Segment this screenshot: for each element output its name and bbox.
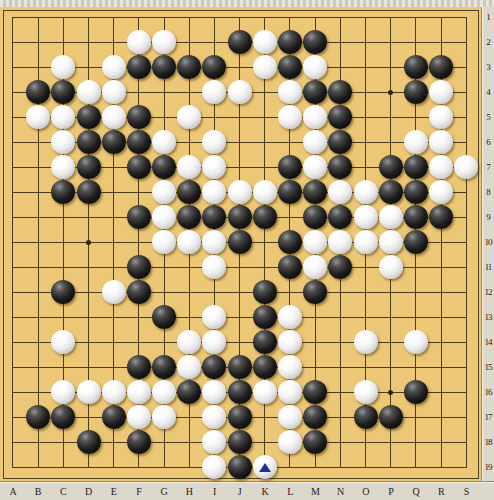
intersection-F19[interactable] xyxy=(126,455,151,480)
intersection-E12[interactable] xyxy=(101,280,126,305)
white-stone-N10[interactable] xyxy=(328,230,352,254)
intersection-O5[interactable] xyxy=(353,105,378,130)
white-stone-H14[interactable] xyxy=(177,330,201,354)
intersection-S14[interactable] xyxy=(454,330,479,355)
intersection-K10[interactable] xyxy=(252,230,277,255)
intersection-O17[interactable] xyxy=(353,405,378,430)
intersection-O4[interactable] xyxy=(353,80,378,105)
intersection-B3[interactable] xyxy=(26,55,51,80)
intersection-M7[interactable] xyxy=(303,155,328,180)
intersection-E10[interactable] xyxy=(101,230,126,255)
intersection-P8[interactable] xyxy=(378,180,403,205)
white-stone-S7[interactable] xyxy=(454,155,478,179)
intersection-K19[interactable] xyxy=(252,455,277,480)
intersection-G14[interactable] xyxy=(152,330,177,355)
intersection-P7[interactable] xyxy=(378,155,403,180)
white-stone-I10[interactable] xyxy=(202,230,226,254)
white-stone-C7[interactable] xyxy=(51,155,75,179)
black-stone-F6[interactable] xyxy=(127,130,151,154)
black-stone-H16[interactable] xyxy=(177,380,201,404)
intersection-G5[interactable] xyxy=(152,105,177,130)
intersection-L3[interactable] xyxy=(277,55,302,80)
intersection-F6[interactable] xyxy=(126,130,151,155)
black-stone-R9[interactable] xyxy=(429,205,453,229)
white-stone-I6[interactable] xyxy=(202,130,226,154)
black-stone-D8[interactable] xyxy=(77,180,101,204)
white-stone-G6[interactable] xyxy=(152,130,176,154)
intersection-E14[interactable] xyxy=(101,330,126,355)
intersection-I18[interactable] xyxy=(202,430,227,455)
white-stone-L14[interactable] xyxy=(278,330,302,354)
intersection-N4[interactable] xyxy=(328,80,353,105)
intersection-G4[interactable] xyxy=(152,80,177,105)
intersection-K1[interactable] xyxy=(252,5,277,30)
white-stone-I18[interactable] xyxy=(202,430,226,454)
intersection-B12[interactable] xyxy=(26,280,51,305)
intersection-I13[interactable] xyxy=(202,305,227,330)
white-stone-C16[interactable] xyxy=(51,380,75,404)
intersection-K12[interactable] xyxy=(252,280,277,305)
intersection-B11[interactable] xyxy=(26,255,51,280)
intersection-G12[interactable] xyxy=(152,280,177,305)
intersection-R3[interactable] xyxy=(429,55,454,80)
intersection-Q14[interactable] xyxy=(403,330,428,355)
white-stone-H10[interactable] xyxy=(177,230,201,254)
intersection-L15[interactable] xyxy=(277,355,302,380)
intersection-S8[interactable] xyxy=(454,180,479,205)
black-stone-L3[interactable] xyxy=(278,55,302,79)
white-stone-B5[interactable] xyxy=(26,105,50,129)
intersection-R18[interactable] xyxy=(429,430,454,455)
white-stone-G17[interactable] xyxy=(152,405,176,429)
intersection-R19[interactable] xyxy=(429,455,454,480)
intersection-C13[interactable] xyxy=(51,305,76,330)
intersection-N2[interactable] xyxy=(328,30,353,55)
black-stone-N4[interactable] xyxy=(328,80,352,104)
black-stone-J15[interactable] xyxy=(228,355,252,379)
intersection-C4[interactable] xyxy=(51,80,76,105)
intersection-H6[interactable] xyxy=(177,130,202,155)
white-stone-G16[interactable] xyxy=(152,380,176,404)
intersection-I1[interactable] xyxy=(202,5,227,30)
white-stone-K16[interactable] xyxy=(253,380,277,404)
white-stone-K2[interactable] xyxy=(253,30,277,54)
black-stone-Q4[interactable] xyxy=(404,80,428,104)
intersection-M1[interactable] xyxy=(303,5,328,30)
intersection-A12[interactable] xyxy=(0,280,25,305)
intersection-I7[interactable] xyxy=(202,155,227,180)
intersection-L7[interactable] xyxy=(277,155,302,180)
intersection-O14[interactable] xyxy=(353,330,378,355)
intersection-N9[interactable] xyxy=(328,205,353,230)
intersection-K9[interactable] xyxy=(252,205,277,230)
intersection-G11[interactable] xyxy=(152,255,177,280)
intersection-E16[interactable] xyxy=(101,380,126,405)
intersection-D8[interactable] xyxy=(76,180,101,205)
intersection-S5[interactable] xyxy=(454,105,479,130)
intersection-M10[interactable] xyxy=(303,230,328,255)
intersection-E5[interactable] xyxy=(101,105,126,130)
intersection-A16[interactable] xyxy=(0,380,25,405)
intersection-B8[interactable] xyxy=(26,180,51,205)
intersection-P5[interactable] xyxy=(378,105,403,130)
intersection-J15[interactable] xyxy=(227,355,252,380)
white-stone-R4[interactable] xyxy=(429,80,453,104)
black-stone-C17[interactable] xyxy=(51,405,75,429)
intersection-P3[interactable] xyxy=(378,55,403,80)
intersection-F18[interactable] xyxy=(126,430,151,455)
intersection-Q10[interactable] xyxy=(403,230,428,255)
intersection-A3[interactable] xyxy=(0,55,25,80)
intersection-R14[interactable] xyxy=(429,330,454,355)
white-stone-G8[interactable] xyxy=(152,180,176,204)
intersection-M19[interactable] xyxy=(303,455,328,480)
intersection-C14[interactable] xyxy=(51,330,76,355)
intersection-F7[interactable] xyxy=(126,155,151,180)
white-stone-H15[interactable] xyxy=(177,355,201,379)
intersection-P2[interactable] xyxy=(378,30,403,55)
white-stone-F16[interactable] xyxy=(127,380,151,404)
intersection-L16[interactable] xyxy=(277,380,302,405)
intersection-K8[interactable] xyxy=(252,180,277,205)
intersection-L17[interactable] xyxy=(277,405,302,430)
intersection-O8[interactable] xyxy=(353,180,378,205)
intersection-I11[interactable] xyxy=(202,255,227,280)
intersection-R16[interactable] xyxy=(429,380,454,405)
intersection-S16[interactable] xyxy=(454,380,479,405)
intersection-K15[interactable] xyxy=(252,355,277,380)
intersection-I8[interactable] xyxy=(202,180,227,205)
intersection-O3[interactable] xyxy=(353,55,378,80)
intersection-E6[interactable] xyxy=(101,130,126,155)
intersection-B10[interactable] xyxy=(26,230,51,255)
intersection-C15[interactable] xyxy=(51,355,76,380)
intersection-D18[interactable] xyxy=(76,430,101,455)
black-stone-Q16[interactable] xyxy=(404,380,428,404)
intersection-G17[interactable] xyxy=(152,405,177,430)
intersection-Q19[interactable] xyxy=(403,455,428,480)
intersection-J10[interactable] xyxy=(227,230,252,255)
intersection-K18[interactable] xyxy=(252,430,277,455)
intersection-Q13[interactable] xyxy=(403,305,428,330)
intersection-O12[interactable] xyxy=(353,280,378,305)
intersection-G15[interactable] xyxy=(152,355,177,380)
intersection-H19[interactable] xyxy=(177,455,202,480)
intersection-H8[interactable] xyxy=(177,180,202,205)
intersection-E13[interactable] xyxy=(101,305,126,330)
black-stone-M16[interactable] xyxy=(303,380,327,404)
white-stone-I8[interactable] xyxy=(202,180,226,204)
intersection-P9[interactable] xyxy=(378,205,403,230)
intersection-A5[interactable] xyxy=(0,105,25,130)
intersection-D5[interactable] xyxy=(76,105,101,130)
intersection-I16[interactable] xyxy=(202,380,227,405)
intersection-B14[interactable] xyxy=(26,330,51,355)
intersection-M4[interactable] xyxy=(303,80,328,105)
black-stone-F7[interactable] xyxy=(127,155,151,179)
intersection-H13[interactable] xyxy=(177,305,202,330)
intersection-N5[interactable] xyxy=(328,105,353,130)
black-stone-H3[interactable] xyxy=(177,55,201,79)
intersection-N19[interactable] xyxy=(328,455,353,480)
intersection-B18[interactable] xyxy=(26,430,51,455)
intersection-M2[interactable] xyxy=(303,30,328,55)
intersection-Q2[interactable] xyxy=(403,30,428,55)
black-stone-K14[interactable] xyxy=(253,330,277,354)
intersection-L19[interactable] xyxy=(277,455,302,480)
intersection-B4[interactable] xyxy=(26,80,51,105)
intersection-K14[interactable] xyxy=(252,330,277,355)
black-stone-H9[interactable] xyxy=(177,205,201,229)
black-stone-F12[interactable] xyxy=(127,280,151,304)
intersection-A10[interactable] xyxy=(0,230,25,255)
black-stone-Q10[interactable] xyxy=(404,230,428,254)
black-stone-F9[interactable] xyxy=(127,205,151,229)
black-stone-M17[interactable] xyxy=(303,405,327,429)
intersection-K7[interactable] xyxy=(252,155,277,180)
white-stone-G2[interactable] xyxy=(152,30,176,54)
intersection-S6[interactable] xyxy=(454,130,479,155)
intersection-C2[interactable] xyxy=(51,30,76,55)
black-stone-F18[interactable] xyxy=(127,430,151,454)
intersection-E15[interactable] xyxy=(101,355,126,380)
intersection-Q17[interactable] xyxy=(403,405,428,430)
white-stone-K8[interactable] xyxy=(253,180,277,204)
intersection-R2[interactable] xyxy=(429,30,454,55)
black-stone-I3[interactable] xyxy=(202,55,226,79)
black-stone-G7[interactable] xyxy=(152,155,176,179)
black-stone-J10[interactable] xyxy=(228,230,252,254)
intersection-H12[interactable] xyxy=(177,280,202,305)
white-stone-O9[interactable] xyxy=(354,205,378,229)
intersection-A1[interactable] xyxy=(0,5,25,30)
intersection-J19[interactable] xyxy=(227,455,252,480)
intersection-P17[interactable] xyxy=(378,405,403,430)
intersection-C1[interactable] xyxy=(51,5,76,30)
intersection-I5[interactable] xyxy=(202,105,227,130)
intersection-C8[interactable] xyxy=(51,180,76,205)
intersection-J9[interactable] xyxy=(227,205,252,230)
intersection-F3[interactable] xyxy=(126,55,151,80)
intersection-H3[interactable] xyxy=(177,55,202,80)
intersection-G6[interactable] xyxy=(152,130,177,155)
white-stone-I16[interactable] xyxy=(202,380,226,404)
black-stone-N6[interactable] xyxy=(328,130,352,154)
intersection-K2[interactable] xyxy=(252,30,277,55)
black-stone-O17[interactable] xyxy=(354,405,378,429)
intersection-F13[interactable] xyxy=(126,305,151,330)
intersection-G2[interactable] xyxy=(152,30,177,55)
white-stone-R6[interactable] xyxy=(429,130,453,154)
intersection-E4[interactable] xyxy=(101,80,126,105)
intersection-C7[interactable] xyxy=(51,155,76,180)
white-stone-K3[interactable] xyxy=(253,55,277,79)
intersection-Q6[interactable] xyxy=(403,130,428,155)
intersection-Q3[interactable] xyxy=(403,55,428,80)
intersection-N17[interactable] xyxy=(328,405,353,430)
intersection-R1[interactable] xyxy=(429,5,454,30)
intersection-O16[interactable] xyxy=(353,380,378,405)
intersection-D2[interactable] xyxy=(76,30,101,55)
intersection-C12[interactable] xyxy=(51,280,76,305)
intersection-D1[interactable] xyxy=(76,5,101,30)
intersection-E9[interactable] xyxy=(101,205,126,230)
white-stone-I13[interactable] xyxy=(202,305,226,329)
white-stone-O16[interactable] xyxy=(354,380,378,404)
black-stone-E17[interactable] xyxy=(102,405,126,429)
intersection-L1[interactable] xyxy=(277,5,302,30)
black-stone-B17[interactable] xyxy=(26,405,50,429)
intersection-N10[interactable] xyxy=(328,230,353,255)
intersection-M17[interactable] xyxy=(303,405,328,430)
intersection-H2[interactable] xyxy=(177,30,202,55)
white-stone-I11[interactable] xyxy=(202,255,226,279)
intersection-J11[interactable] xyxy=(227,255,252,280)
black-stone-K12[interactable] xyxy=(253,280,277,304)
intersection-G19[interactable] xyxy=(152,455,177,480)
intersection-E19[interactable] xyxy=(101,455,126,480)
white-stone-H7[interactable] xyxy=(177,155,201,179)
intersection-E11[interactable] xyxy=(101,255,126,280)
white-stone-L15[interactable] xyxy=(278,355,302,379)
intersection-B6[interactable] xyxy=(26,130,51,155)
intersection-J17[interactable] xyxy=(227,405,252,430)
white-stone-E12[interactable] xyxy=(102,280,126,304)
white-stone-C3[interactable] xyxy=(51,55,75,79)
black-stone-D7[interactable] xyxy=(77,155,101,179)
intersection-B5[interactable] xyxy=(26,105,51,130)
intersection-C17[interactable] xyxy=(51,405,76,430)
black-stone-J19[interactable] xyxy=(228,455,252,479)
intersection-J2[interactable] xyxy=(227,30,252,55)
intersection-D10[interactable] xyxy=(76,230,101,255)
black-stone-J9[interactable] xyxy=(228,205,252,229)
intersection-B9[interactable] xyxy=(26,205,51,230)
intersection-J7[interactable] xyxy=(227,155,252,180)
intersection-C3[interactable] xyxy=(51,55,76,80)
intersection-P1[interactable] xyxy=(378,5,403,30)
white-stone-F17[interactable] xyxy=(127,405,151,429)
white-stone-L13[interactable] xyxy=(278,305,302,329)
intersection-N13[interactable] xyxy=(328,305,353,330)
intersection-O9[interactable] xyxy=(353,205,378,230)
intersection-N3[interactable] xyxy=(328,55,353,80)
intersection-O6[interactable] xyxy=(353,130,378,155)
intersection-Q16[interactable] xyxy=(403,380,428,405)
intersection-F16[interactable] xyxy=(126,380,151,405)
black-stone-Q9[interactable] xyxy=(404,205,428,229)
intersection-S19[interactable] xyxy=(454,455,479,480)
intersection-R17[interactable] xyxy=(429,405,454,430)
intersection-K5[interactable] xyxy=(252,105,277,130)
intersection-Q9[interactable] xyxy=(403,205,428,230)
intersection-E2[interactable] xyxy=(101,30,126,55)
intersection-S11[interactable] xyxy=(454,255,479,280)
intersection-D19[interactable] xyxy=(76,455,101,480)
intersection-O10[interactable] xyxy=(353,230,378,255)
white-stone-J8[interactable] xyxy=(228,180,252,204)
black-stone-I15[interactable] xyxy=(202,355,226,379)
intersection-O7[interactable] xyxy=(353,155,378,180)
intersection-M5[interactable] xyxy=(303,105,328,130)
intersection-P10[interactable] xyxy=(378,230,403,255)
white-stone-K19[interactable] xyxy=(253,455,277,479)
intersection-C16[interactable] xyxy=(51,380,76,405)
intersection-G3[interactable] xyxy=(152,55,177,80)
white-stone-C6[interactable] xyxy=(51,130,75,154)
intersection-P13[interactable] xyxy=(378,305,403,330)
intersection-J18[interactable] xyxy=(227,430,252,455)
intersection-A13[interactable] xyxy=(0,305,25,330)
black-stone-L10[interactable] xyxy=(278,230,302,254)
black-stone-N11[interactable] xyxy=(328,255,352,279)
intersection-H10[interactable] xyxy=(177,230,202,255)
intersection-K13[interactable] xyxy=(252,305,277,330)
intersection-K6[interactable] xyxy=(252,130,277,155)
intersection-D16[interactable] xyxy=(76,380,101,405)
intersection-L11[interactable] xyxy=(277,255,302,280)
intersection-P18[interactable] xyxy=(378,430,403,455)
intersection-A6[interactable] xyxy=(0,130,25,155)
intersection-F14[interactable] xyxy=(126,330,151,355)
black-stone-M2[interactable] xyxy=(303,30,327,54)
intersection-S10[interactable] xyxy=(454,230,479,255)
black-stone-J2[interactable] xyxy=(228,30,252,54)
intersection-G10[interactable] xyxy=(152,230,177,255)
intersection-P16[interactable] xyxy=(378,380,403,405)
intersection-C5[interactable] xyxy=(51,105,76,130)
intersection-M12[interactable] xyxy=(303,280,328,305)
intersection-F10[interactable] xyxy=(126,230,151,255)
intersection-A14[interactable] xyxy=(0,330,25,355)
intersection-A18[interactable] xyxy=(0,430,25,455)
black-stone-B4[interactable] xyxy=(26,80,50,104)
intersection-L5[interactable] xyxy=(277,105,302,130)
intersection-S13[interactable] xyxy=(454,305,479,330)
intersection-B16[interactable] xyxy=(26,380,51,405)
intersection-I17[interactable] xyxy=(202,405,227,430)
intersection-S4[interactable] xyxy=(454,80,479,105)
black-stone-H8[interactable] xyxy=(177,180,201,204)
intersection-D9[interactable] xyxy=(76,205,101,230)
white-stone-G10[interactable] xyxy=(152,230,176,254)
intersection-L12[interactable] xyxy=(277,280,302,305)
intersection-H15[interactable] xyxy=(177,355,202,380)
intersection-S17[interactable] xyxy=(454,405,479,430)
black-stone-L11[interactable] xyxy=(278,255,302,279)
intersection-M3[interactable] xyxy=(303,55,328,80)
intersection-P11[interactable] xyxy=(378,255,403,280)
intersection-J3[interactable] xyxy=(227,55,252,80)
black-stone-P7[interactable] xyxy=(379,155,403,179)
intersection-E3[interactable] xyxy=(101,55,126,80)
white-stone-L18[interactable] xyxy=(278,430,302,454)
intersection-F8[interactable] xyxy=(126,180,151,205)
intersection-L13[interactable] xyxy=(277,305,302,330)
intersection-E8[interactable] xyxy=(101,180,126,205)
black-stone-D18[interactable] xyxy=(77,430,101,454)
intersection-D17[interactable] xyxy=(76,405,101,430)
white-stone-L5[interactable] xyxy=(278,105,302,129)
intersection-L2[interactable] xyxy=(277,30,302,55)
intersection-A19[interactable] xyxy=(0,455,25,480)
intersection-F2[interactable] xyxy=(126,30,151,55)
intersection-K17[interactable] xyxy=(252,405,277,430)
white-stone-E3[interactable] xyxy=(102,55,126,79)
white-stone-P11[interactable] xyxy=(379,255,403,279)
intersection-P14[interactable] xyxy=(378,330,403,355)
intersection-N11[interactable] xyxy=(328,255,353,280)
